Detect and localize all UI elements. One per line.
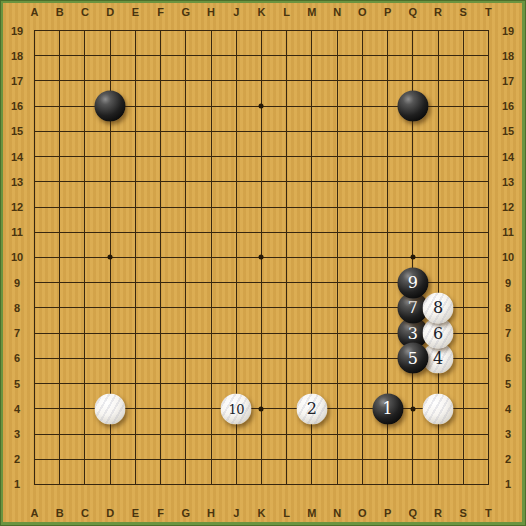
coord-number-right-13: 13 [502,176,514,187]
stone-white-M4-move-2[interactable]: 2 [296,393,327,424]
coord-number-left-10: 10 [11,252,23,263]
stone-black-D16[interactable] [95,91,126,122]
coord-letter-bottom-O: O [358,508,367,519]
star-point-K4 [259,406,264,411]
stone-white-J4-move-10[interactable]: 10 [221,393,252,424]
grid-line-horizontal [34,434,489,435]
move-number-label: 7 [408,300,418,316]
coord-letter-bottom-A: A [31,508,39,519]
coord-number-left-19: 19 [11,25,23,36]
coord-number-left-1: 1 [14,479,20,490]
coord-letter-bottom-R: R [434,508,442,519]
coord-letter-bottom-M: M [307,508,316,519]
coord-number-left-4: 4 [14,403,20,414]
grid-line-vertical [463,30,464,485]
coord-number-right-10: 10 [502,252,514,263]
coord-letter-top-A: A [31,7,39,18]
stone-black-Q6-move-5[interactable]: 5 [397,343,428,374]
grid-line-vertical [337,30,338,485]
stone-white-R8-move-8[interactable]: 8 [423,292,454,323]
coord-letter-bottom-B: B [56,508,64,519]
stone-white-D4[interactable] [95,393,126,424]
move-number-label: 9 [408,275,418,291]
coord-number-left-8: 8 [14,302,20,313]
star-point-K16 [259,104,264,109]
coord-number-right-2: 2 [505,454,511,465]
coord-letter-top-E: E [132,7,139,18]
coord-letter-bottom-T: T [485,508,492,519]
grid-line-horizontal [34,383,489,384]
coord-number-left-3: 3 [14,429,20,440]
move-number-label: 10 [228,402,244,415]
star-point-K10 [259,255,264,260]
coord-number-left-17: 17 [11,75,23,86]
coord-number-left-11: 11 [11,227,23,238]
coord-number-right-15: 15 [502,126,514,137]
grid-line-vertical [488,30,489,485]
coord-letter-bottom-C: C [81,508,89,519]
coord-letter-bottom-D: D [106,508,114,519]
coord-letter-top-R: R [434,7,442,18]
coord-number-right-14: 14 [502,151,514,162]
coord-letter-top-P: P [384,7,391,18]
move-number-label: 1 [382,401,392,417]
coord-letter-bottom-Q: Q [409,508,418,519]
move-number-label: 6 [433,325,443,341]
coord-number-left-5: 5 [14,378,20,389]
coord-letter-bottom-S: S [460,508,467,519]
grid-line-horizontal [34,484,489,485]
coord-letter-top-F: F [157,7,164,18]
coord-letter-bottom-G: G [182,508,191,519]
grid-line-vertical [286,30,287,485]
coord-number-right-18: 18 [502,50,514,61]
star-point-Q4 [410,406,415,411]
coord-letter-bottom-L: L [283,508,290,519]
coord-letter-top-H: H [207,7,215,18]
coord-letter-top-J: J [233,7,239,18]
move-number-label: 4 [433,350,443,366]
coord-letter-bottom-N: N [333,508,341,519]
coord-letter-bottom-K: K [257,508,265,519]
coord-number-right-4: 4 [505,403,511,414]
coord-number-right-9: 9 [505,277,511,288]
coord-letter-bottom-H: H [207,508,215,519]
stone-white-R4[interactable] [423,393,454,424]
coord-number-right-1: 1 [505,479,511,490]
coord-letter-top-M: M [307,7,316,18]
coord-number-right-5: 5 [505,378,511,389]
coord-number-right-12: 12 [502,202,514,213]
coord-letter-bottom-J: J [233,508,239,519]
coord-number-left-18: 18 [11,50,23,61]
coord-number-right-3: 3 [505,429,511,440]
coord-number-left-15: 15 [11,126,23,137]
coord-number-right-8: 8 [505,302,511,313]
coord-number-left-9: 9 [14,277,20,288]
move-number-label: 2 [307,401,317,417]
coord-letter-top-T: T [485,7,492,18]
stone-black-P4-move-1[interactable]: 1 [372,393,403,424]
coord-letter-top-O: O [358,7,367,18]
coord-number-right-11: 11 [502,227,514,238]
coord-letter-top-G: G [182,7,191,18]
coord-number-left-7: 7 [14,328,20,339]
go-board[interactable]: AABBCCDDEEFFGGHHJJKKLLMMNNOOPPQQRRSSTT19… [3,3,522,522]
coord-number-right-19: 19 [502,25,514,36]
coord-number-right-17: 17 [502,75,514,86]
coord-number-right-7: 7 [505,328,511,339]
coord-number-left-6: 6 [14,353,20,364]
coord-number-right-6: 6 [505,353,511,364]
coord-letter-top-D: D [106,7,114,18]
coord-letter-bottom-F: F [157,508,164,519]
coord-number-left-2: 2 [14,454,20,465]
stone-black-Q16[interactable] [397,91,428,122]
grid-line-vertical [362,30,363,485]
move-number-label: 8 [433,300,443,316]
coord-letter-bottom-E: E [132,508,139,519]
grid-line-horizontal [34,459,489,460]
star-point-D10 [108,255,113,260]
coord-number-left-14: 14 [11,151,23,162]
coord-letter-top-C: C [81,7,89,18]
coord-letter-top-S: S [460,7,467,18]
coord-letter-top-L: L [283,7,290,18]
coord-letter-top-N: N [333,7,341,18]
coord-number-right-16: 16 [502,101,514,112]
star-point-Q10 [410,255,415,260]
coord-letter-top-K: K [257,7,265,18]
move-number-label: 3 [408,325,418,341]
stone-black-Q9-move-9[interactable]: 9 [397,267,428,298]
coord-letter-top-Q: Q [409,7,418,18]
coord-letter-bottom-P: P [384,508,391,519]
move-number-label: 5 [408,350,418,366]
coord-number-left-12: 12 [11,202,23,213]
go-board-frame: AABBCCDDEEFFGGHHJJKKLLMMNNOOPPQQRRSSTT19… [0,0,526,526]
coord-letter-top-B: B [56,7,64,18]
coord-number-left-13: 13 [11,176,23,187]
coord-number-left-16: 16 [11,101,23,112]
